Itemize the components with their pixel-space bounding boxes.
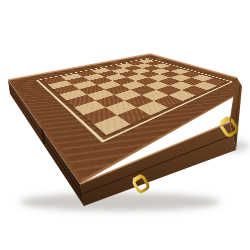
drop-shadow: [20, 193, 220, 211]
product-photo: [0, 0, 250, 250]
